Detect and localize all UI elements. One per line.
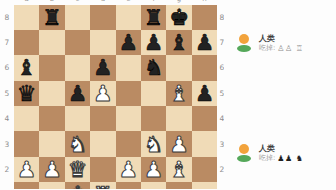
file-label-h: h [192, 0, 217, 3]
captured-label: 吃掉: [259, 154, 275, 163]
square-h6[interactable] [192, 55, 217, 80]
side-panel: 人类 吃掉: ♙♙ ♖ 人类 吃掉: ♟♟ ♞ [224, 0, 336, 189]
square-d3[interactable] [90, 131, 115, 156]
player-card-white[interactable]: 人类 吃掉: ♟♟ ♞ [236, 143, 303, 163]
square-c8[interactable] [65, 5, 90, 30]
rank-label-2: 2 [2, 157, 12, 182]
black-bishop-g7[interactable]: ♝ [166, 30, 191, 55]
black-pawn-h7[interactable]: ♟ [192, 30, 217, 55]
player-avatar-icon [236, 143, 252, 163]
black-rook-b8[interactable]: ♜ [39, 5, 64, 30]
white-knight-f3[interactable]: ♞ [141, 132, 166, 157]
square-a4[interactable] [14, 106, 39, 131]
black-bishop-a6[interactable]: ♝ [14, 55, 39, 80]
white-pawn-f2[interactable]: ♟ [141, 157, 166, 182]
square-e8[interactable] [116, 5, 141, 30]
rank-label-4: 4 [2, 106, 12, 131]
board-area: abcdefgh 87654321 87654321 ♜♜♚♟♟♝♟♝♟♞♛♟♟… [0, 0, 224, 189]
file-label-g: g [166, 0, 191, 3]
black-rook-f8[interactable]: ♜ [141, 5, 166, 30]
captured-white-pieces: ♙♙ ♖ [277, 44, 303, 53]
white-bishop-g2[interactable]: ♝ [166, 157, 191, 182]
square-h4[interactable] [192, 106, 217, 131]
file-label-c: c [65, 0, 90, 3]
black-pawn-f7[interactable]: ♟ [141, 30, 166, 55]
avatar-head [239, 144, 249, 154]
file-label-d: d [90, 0, 115, 3]
square-f5[interactable] [141, 81, 166, 106]
square-h8[interactable] [192, 5, 217, 30]
file-labels-top: abcdefgh [14, 0, 217, 4]
captured-pieces-black-player: 吃掉: ♙♙ ♖ [259, 44, 303, 53]
square-b5[interactable] [39, 81, 64, 106]
rank-label-3: 3 [2, 132, 12, 157]
square-b6[interactable] [39, 55, 64, 80]
square-b3[interactable] [39, 131, 64, 156]
black-king-g8[interactable]: ♚ [166, 5, 191, 30]
square-d4[interactable] [90, 106, 115, 131]
black-pawn-d6[interactable]: ♟ [90, 55, 115, 80]
white-pawn-g3[interactable]: ♟ [166, 132, 191, 157]
rank-label-6: 6 [2, 55, 12, 80]
chess-board[interactable]: ♜♜♚♟♟♝♟♝♟♞♛♟♟♝♟♞♞♟♟♟♛♟♟♝♚♜ [14, 5, 217, 190]
white-queen-c2[interactable]: ♛ [65, 157, 90, 182]
white-pawn-b2[interactable]: ♟ [39, 157, 64, 182]
square-f1[interactable] [141, 182, 166, 189]
square-a1[interactable] [14, 182, 39, 189]
square-e3[interactable] [116, 131, 141, 156]
file-label-e: e [116, 0, 141, 3]
black-knight-f6[interactable]: ♞ [141, 55, 166, 80]
white-pawn-e2[interactable]: ♟ [116, 157, 141, 182]
rank-label-1: 1 [2, 182, 12, 189]
player-avatar-icon [236, 33, 252, 53]
square-g4[interactable] [166, 106, 191, 131]
white-pawn-d5[interactable]: ♟ [90, 81, 115, 106]
square-e6[interactable] [116, 55, 141, 80]
rank-label-7: 7 [2, 30, 12, 55]
black-queen-a5[interactable]: ♛ [14, 81, 39, 106]
square-a7[interactable] [14, 30, 39, 55]
white-knight-c3[interactable]: ♞ [65, 132, 90, 157]
square-d7[interactable] [90, 30, 115, 55]
white-pawn-a2[interactable]: ♟ [14, 157, 39, 182]
square-e5[interactable] [116, 81, 141, 106]
rank-labels-left: 87654321 [2, 5, 12, 190]
file-label-b: b [39, 0, 64, 3]
square-h3[interactable] [192, 131, 217, 156]
player-card-black[interactable]: 人类 吃掉: ♙♙ ♖ [236, 33, 303, 53]
square-d8[interactable] [90, 5, 115, 30]
square-e1[interactable] [116, 182, 141, 189]
avatar-body [237, 155, 251, 162]
square-b4[interactable] [39, 106, 64, 131]
square-c6[interactable] [65, 55, 90, 80]
square-c7[interactable] [65, 30, 90, 55]
square-a3[interactable] [14, 131, 39, 156]
square-h1[interactable] [192, 182, 217, 189]
file-label-f: f [141, 0, 166, 3]
square-a8[interactable] [14, 5, 39, 30]
square-h2[interactable] [192, 157, 217, 182]
black-pawn-h5[interactable]: ♟ [192, 81, 217, 106]
black-pawn-c5[interactable]: ♟ [65, 81, 90, 106]
square-g1[interactable] [166, 182, 191, 189]
square-b1[interactable] [39, 182, 64, 189]
square-c4[interactable] [65, 106, 90, 131]
square-g6[interactable] [166, 55, 191, 80]
captured-black-pieces: ♟♟ ♞ [277, 154, 303, 163]
avatar-head [239, 34, 249, 44]
player-name-white: 人类 [259, 144, 303, 154]
captured-label: 吃掉: [259, 44, 275, 53]
square-d2[interactable] [90, 157, 115, 182]
square-f4[interactable] [141, 106, 166, 131]
square-b7[interactable] [39, 30, 64, 55]
rank-label-5: 5 [2, 81, 12, 106]
white-bishop-g5[interactable]: ♝ [166, 81, 191, 106]
player-name-black: 人类 [259, 34, 303, 44]
square-e4[interactable] [116, 106, 141, 131]
avatar-body [237, 45, 251, 52]
captured-pieces-white-player: 吃掉: ♟♟ ♞ [259, 154, 303, 163]
file-label-a: a [14, 0, 39, 3]
white-king-c1[interactable]: ♚ [65, 182, 90, 189]
black-pawn-e7[interactable]: ♟ [116, 30, 141, 55]
rank-label-8: 8 [2, 5, 12, 30]
white-rook-d1[interactable]: ♜ [90, 182, 115, 189]
